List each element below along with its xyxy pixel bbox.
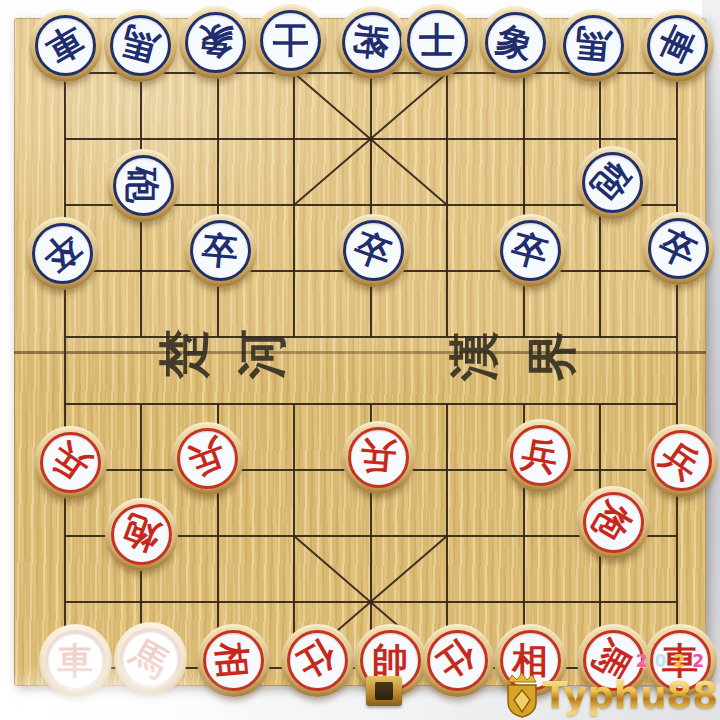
piece-face: 馬 [583, 630, 644, 691]
piece-glyph: 卒 [200, 230, 239, 269]
piece-black-soldier-e7[interactable]: 卒 [337, 214, 410, 287]
piece-glyph: 兵 [656, 435, 706, 485]
piece-red-elephant-g1[interactable]: 相 [494, 624, 567, 697]
piece-glyph: 士 [419, 22, 455, 58]
piece-red-soldier-g4[interactable]: 兵 [504, 419, 577, 492]
piece-glyph: 相 [213, 640, 252, 679]
piece-glyph: 卒 [37, 228, 88, 279]
piece-face: 仕 [427, 630, 488, 691]
piece-face: 將 [342, 12, 403, 73]
piece-red-chariot-a1[interactable]: 車 [39, 624, 112, 697]
piece-glyph: 砲 [587, 157, 638, 208]
piece-face: 兵 [177, 428, 238, 489]
piece-face: 相 [203, 630, 264, 691]
piece-face: 兵 [348, 427, 409, 488]
piece-face: 士 [407, 10, 468, 71]
piece-glyph: 炮 [588, 497, 637, 546]
piece-red-advisor-f1[interactable]: 仕 [421, 624, 494, 697]
piece-glyph: 兵 [184, 435, 230, 481]
piece-glyph: 馬 [125, 633, 174, 682]
board-fold-seam [14, 351, 706, 354]
piece-glyph: 車 [57, 642, 93, 678]
piece-red-soldier-a4[interactable]: 兵 [34, 426, 107, 499]
piece-black-general-e10[interactable]: 將 [336, 6, 409, 79]
piece-glyph: 相 [512, 642, 548, 678]
piece-red-soldier-c4[interactable]: 兵 [171, 422, 244, 495]
xiangqi-photo: 楚河 漢界 車馬象士將士象馬車砲砲卒卒卒卒卒兵兵兵兵兵炮炮車馬相仕帥仕相馬車 2… [0, 0, 720, 720]
piece-glyph: 卒 [350, 227, 396, 273]
piece-glyph: 卒 [508, 228, 552, 272]
piece-face: 車 [650, 630, 711, 691]
piece-face: 馬 [120, 628, 181, 689]
piece-face: 卒 [32, 223, 93, 284]
piece-glyph: 象 [195, 22, 234, 61]
piece-face: 兵 [510, 425, 571, 486]
piece-red-horse-b1[interactable]: 馬 [114, 622, 187, 695]
piece-red-horse-h1[interactable]: 馬 [577, 624, 650, 697]
piece-black-horse-b10[interactable]: 馬 [104, 9, 177, 82]
piece-face: 卒 [190, 220, 251, 281]
piece-glyph: 兵 [358, 437, 397, 476]
piece-face: 車 [35, 15, 96, 76]
piece-red-soldier-e4[interactable]: 兵 [342, 421, 415, 494]
piece-glyph: 仕 [432, 635, 482, 685]
piece-face: 炮 [583, 492, 644, 553]
piece-red-advisor-d1[interactable]: 仕 [281, 624, 354, 697]
piece-glyph: 砲 [125, 167, 161, 203]
piece-black-chariot-i10[interactable]: 車 [641, 9, 714, 82]
piece-face: 馬 [110, 15, 171, 76]
piece-glyph: 卒 [654, 224, 702, 272]
piece-face: 砲 [113, 155, 174, 216]
piece-red-elephant-c1[interactable]: 相 [197, 624, 270, 697]
piece-glyph: 車 [653, 21, 701, 69]
piece-black-advisor-d10[interactable]: 士 [254, 4, 327, 77]
piece-glyph: 車 [40, 20, 89, 69]
piece-face: 兵 [40, 432, 101, 493]
piece-face: 卒 [648, 218, 709, 279]
piece-face: 車 [45, 630, 106, 691]
piece-face: 卒 [500, 220, 561, 281]
piece-glyph: 馬 [573, 25, 612, 64]
piece-black-chariot-a10[interactable]: 車 [29, 9, 102, 82]
piece-face: 兵 [651, 430, 712, 491]
piece-glyph: 仕 [292, 635, 341, 684]
piece-glyph: 馬 [118, 23, 162, 67]
piece-black-elephant-c10[interactable]: 象 [179, 6, 252, 79]
piece-red-soldier-i4[interactable]: 兵 [645, 424, 718, 497]
piece-black-soldier-c7[interactable]: 卒 [184, 214, 257, 287]
piece-glyph: 馬 [588, 635, 637, 684]
piece-black-elephant-g10[interactable]: 象 [479, 6, 552, 79]
piece-red-chariot-i1[interactable]: 車 [644, 624, 717, 697]
piece-face: 車 [647, 15, 708, 76]
piece-glyph: 象 [493, 20, 537, 64]
piece-black-cannon-h8[interactable]: 砲 [576, 146, 649, 219]
piece-black-soldier-i7[interactable]: 卒 [642, 212, 715, 285]
piece-glyph: 兵 [45, 437, 95, 487]
piece-glyph: 炮 [118, 511, 164, 557]
piece-face: 象 [485, 12, 546, 73]
piece-face: 士 [260, 10, 321, 71]
piece-red-cannon-b3[interactable]: 炮 [105, 498, 178, 571]
piece-glyph: 車 [662, 642, 698, 678]
piece-black-advisor-f10[interactable]: 士 [401, 4, 474, 77]
piece-black-soldier-a7[interactable]: 卒 [26, 217, 99, 290]
piece-face: 仕 [287, 630, 348, 691]
piece-face: 卒 [343, 220, 404, 281]
piece-face: 砲 [582, 152, 643, 213]
piece-face: 炮 [111, 504, 172, 565]
piece-face: 象 [185, 12, 246, 73]
piece-glyph: 士 [272, 22, 308, 58]
brass-latch [366, 676, 402, 706]
piece-black-soldier-g7[interactable]: 卒 [494, 214, 567, 287]
piece-black-cannon-b8[interactable]: 砲 [107, 149, 180, 222]
piece-face: 馬 [563, 15, 624, 76]
piece-black-horse-h10[interactable]: 馬 [557, 9, 630, 82]
piece-glyph: 兵 [519, 434, 561, 476]
piece-glyph: 帥 [372, 642, 408, 678]
piece-red-cannon-h3[interactable]: 炮 [577, 486, 650, 559]
piece-face: 相 [500, 630, 561, 691]
piece-glyph: 將 [352, 22, 391, 61]
